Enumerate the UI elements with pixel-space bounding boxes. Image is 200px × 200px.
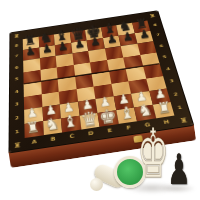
lying-piece-head: [90, 178, 103, 191]
loose-black-pawn: ♟: [165, 148, 194, 192]
square-d3: [76, 86, 95, 102]
product-photo: ♜♞♝♛♚♝♞♜♟♟♟♟♟♟♟♟♟♟♟♟♟♟♟♟♜♞♝♛♚♝♞♜ ABCDEFG…: [0, 0, 200, 200]
piece-white-queen: ♛: [78, 108, 99, 129]
piece-white-bishop: ♝: [115, 103, 136, 124]
square-b4: [41, 79, 59, 94]
square-e5: [90, 60, 109, 74]
rank-labels-left: 87654321: [11, 39, 24, 140]
square-c2: ♟: [60, 102, 79, 118]
piece-white-bishop: ♝: [59, 111, 80, 132]
rank-label-6: 6: [11, 61, 22, 74]
square-h3: [146, 76, 167, 91]
